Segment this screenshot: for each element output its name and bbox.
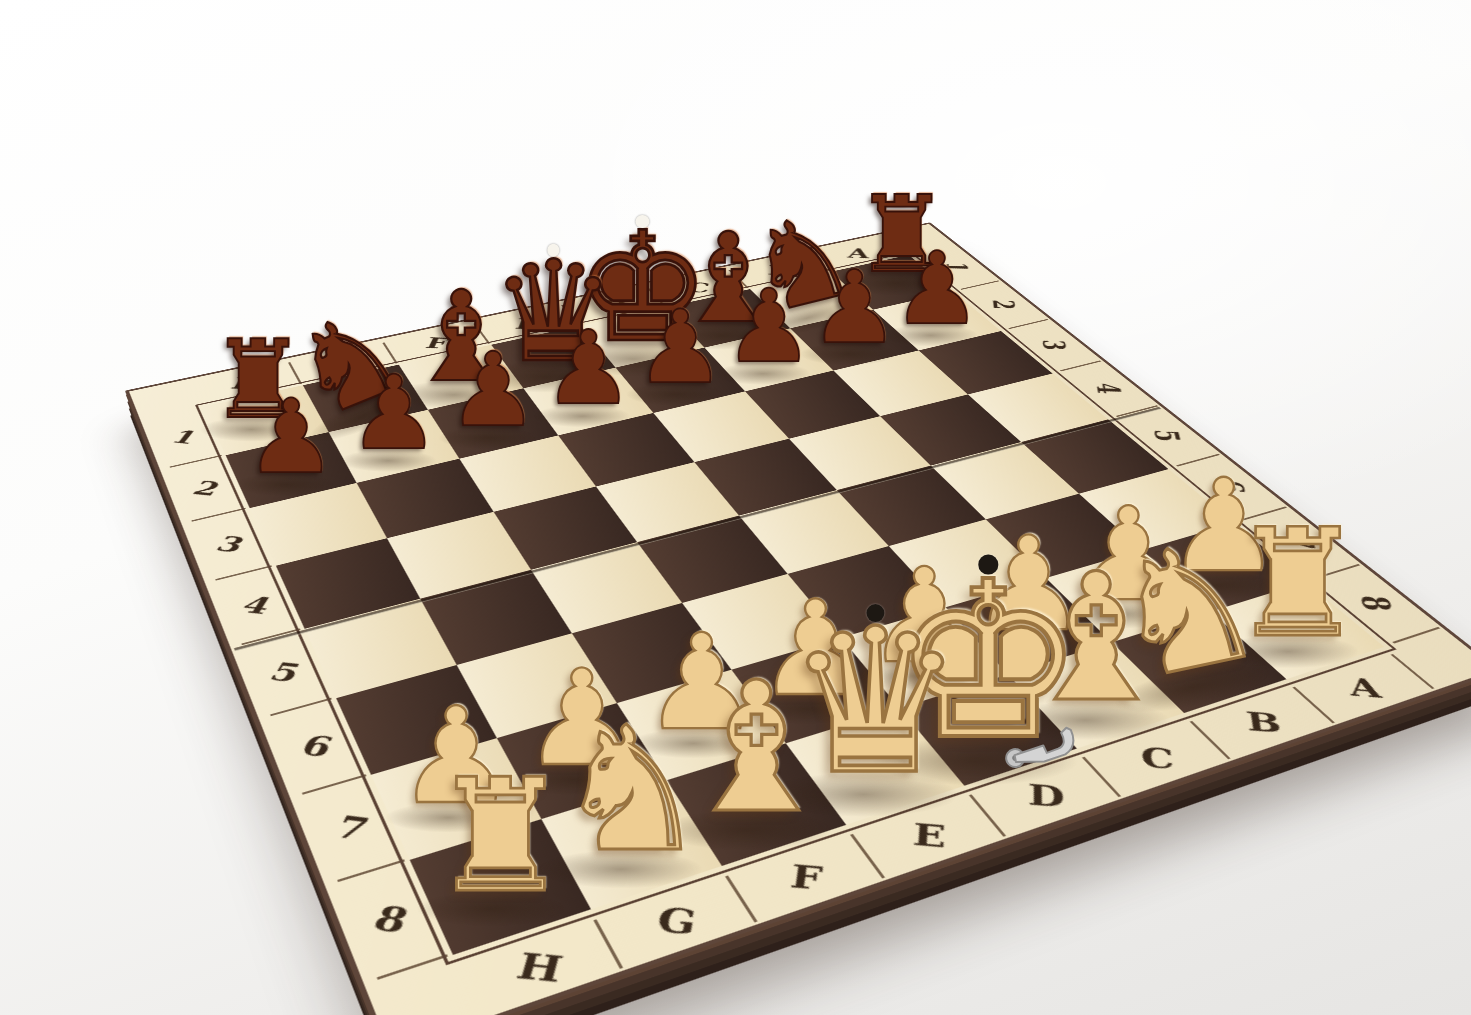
dark-pawn-c2[interactable]: ♟ bbox=[724, 277, 814, 378]
dark-pawn-f2[interactable]: ♟ bbox=[447, 340, 538, 442]
pieces-overlay: ♜♞♝♛♚♝♞♜♟♟♟♟♟♟♟♟♟♟♟♟♟♟♟♟♜♞♝♛♚♝♞♜ bbox=[0, 0, 1471, 1015]
dark-pawn-b2[interactable]: ♟ bbox=[810, 258, 900, 358]
dark-pawn-e2[interactable]: ♟ bbox=[543, 318, 634, 419]
light-knight-g8[interactable]: ♞ bbox=[555, 704, 709, 875]
dark-pawn-g2[interactable]: ♟ bbox=[348, 363, 439, 465]
dark-pawn-h2[interactable]: ♟ bbox=[245, 386, 337, 488]
dark-pawn-a2[interactable]: ♟ bbox=[892, 239, 981, 339]
dark-pawn-d2[interactable]: ♟ bbox=[635, 297, 726, 398]
light-rook-h8[interactable]: ♜ bbox=[430, 759, 570, 915]
